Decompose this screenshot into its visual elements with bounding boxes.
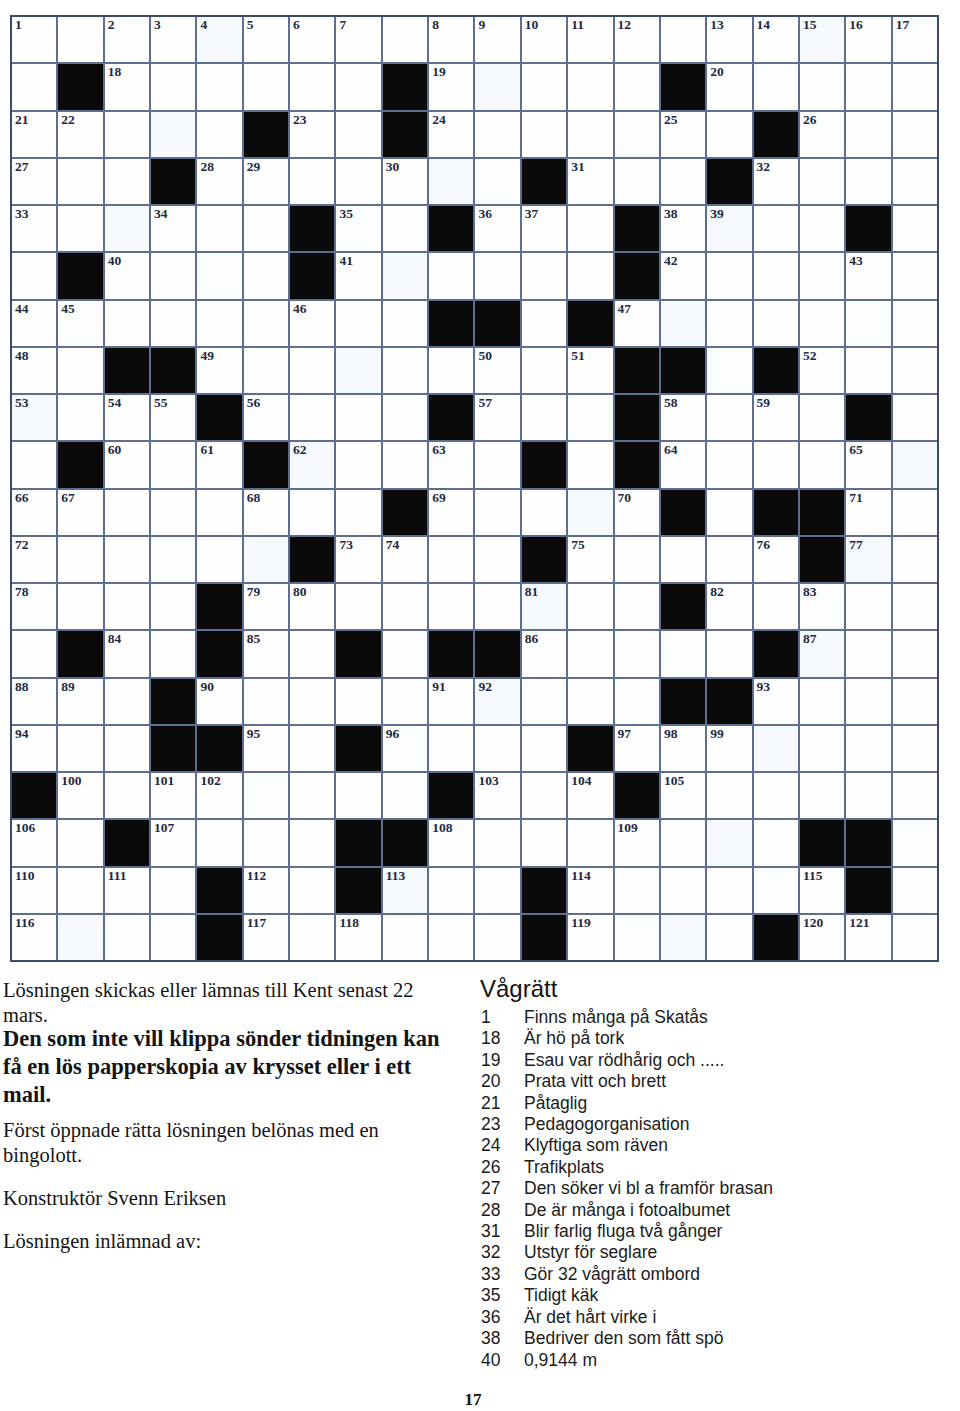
cell-r13c6[interactable]: 79 — [244, 584, 288, 629]
cell-r9c2[interactable] — [58, 395, 102, 440]
cell-r17c18[interactable] — [800, 773, 844, 818]
cell-r18c6[interactable] — [244, 820, 288, 865]
cell-r4c6[interactable]: 29 — [244, 159, 288, 204]
cell-r16c7[interactable] — [290, 726, 334, 771]
cell-r5c11[interactable]: 36 — [475, 206, 519, 251]
cell-r13c1[interactable]: 78 — [12, 584, 56, 629]
cell-r7c19[interactable] — [846, 301, 890, 346]
cell-r11c20[interactable] — [893, 490, 937, 535]
cell-r9c7[interactable] — [290, 395, 334, 440]
cell-r12c15[interactable] — [661, 537, 705, 582]
cell-r20c6[interactable]: 117 — [244, 915, 288, 960]
cell-r5c15[interactable]: 38 — [661, 206, 705, 251]
cell-r10c3[interactable]: 60 — [105, 442, 149, 487]
cell-r16c10[interactable] — [429, 726, 473, 771]
cell-r20c7[interactable] — [290, 915, 334, 960]
cell-r4c11[interactable] — [475, 159, 519, 204]
cell-r13c12[interactable]: 81 — [522, 584, 566, 629]
cell-r20c10[interactable] — [429, 915, 473, 960]
cell-r7c16[interactable] — [707, 301, 751, 346]
cell-r10c8[interactable] — [336, 442, 380, 487]
cell-r8c8[interactable] — [336, 348, 380, 393]
cell-r8c18[interactable]: 52 — [800, 348, 844, 393]
cell-r3c2[interactable]: 22 — [58, 112, 102, 157]
cell-r8c11[interactable]: 50 — [475, 348, 519, 393]
cell-r14c18[interactable]: 87 — [800, 631, 844, 676]
cell-r5c12[interactable]: 37 — [522, 206, 566, 251]
cell-r7c14[interactable]: 47 — [615, 301, 659, 346]
cell-r5c20[interactable] — [893, 206, 937, 251]
cell-r9c17[interactable]: 59 — [754, 395, 798, 440]
cell-r16c6[interactable]: 95 — [244, 726, 288, 771]
cell-r1c18[interactable]: 15 — [800, 17, 844, 62]
cell-r13c4[interactable] — [151, 584, 195, 629]
cell-r6c17[interactable] — [754, 253, 798, 298]
cell-r10c17[interactable] — [754, 442, 798, 487]
cell-r15c5[interactable]: 90 — [197, 679, 241, 724]
cell-r16c17[interactable] — [754, 726, 798, 771]
cell-r6c6[interactable] — [244, 253, 288, 298]
cell-r14c16[interactable] — [707, 631, 751, 676]
cell-r11c11[interactable] — [475, 490, 519, 535]
cell-r19c17[interactable] — [754, 868, 798, 913]
cell-r18c20[interactable] — [893, 820, 937, 865]
cell-r20c2[interactable] — [58, 915, 102, 960]
cell-r20c1[interactable]: 116 — [12, 915, 56, 960]
cell-r6c12[interactable] — [522, 253, 566, 298]
cell-r9c9[interactable] — [383, 395, 427, 440]
cell-r4c3[interactable] — [105, 159, 149, 204]
cell-r14c15[interactable] — [661, 631, 705, 676]
cell-r12c10[interactable] — [429, 537, 473, 582]
cell-r10c18[interactable] — [800, 442, 844, 487]
cell-r20c14[interactable] — [615, 915, 659, 960]
cell-r18c15[interactable] — [661, 820, 705, 865]
cell-r14c3[interactable]: 84 — [105, 631, 149, 676]
cell-r10c9[interactable] — [383, 442, 427, 487]
cell-r1c19[interactable]: 16 — [846, 17, 890, 62]
cell-r11c10[interactable]: 69 — [429, 490, 473, 535]
cell-r16c11[interactable] — [475, 726, 519, 771]
cell-r2c1[interactable] — [12, 64, 56, 109]
cell-r3c1[interactable]: 21 — [12, 112, 56, 157]
cell-r4c18[interactable] — [800, 159, 844, 204]
cell-r3c11[interactable] — [475, 112, 519, 157]
cell-r3c15[interactable]: 25 — [661, 112, 705, 157]
cell-r4c8[interactable] — [336, 159, 380, 204]
cell-r17c12[interactable] — [522, 773, 566, 818]
cell-r5c8[interactable]: 35 — [336, 206, 380, 251]
cell-r13c9[interactable] — [383, 584, 427, 629]
cell-r13c16[interactable]: 82 — [707, 584, 751, 629]
cell-r9c4[interactable]: 55 — [151, 395, 195, 440]
cell-r3c18[interactable]: 26 — [800, 112, 844, 157]
cell-r2c7[interactable] — [290, 64, 334, 109]
cell-r11c3[interactable] — [105, 490, 149, 535]
cell-r6c13[interactable] — [568, 253, 612, 298]
cell-r18c5[interactable] — [197, 820, 241, 865]
cell-r1c14[interactable]: 12 — [615, 17, 659, 62]
cell-r11c7[interactable] — [290, 490, 334, 535]
cell-r1c13[interactable]: 11 — [568, 17, 612, 62]
cell-r20c9[interactable] — [383, 915, 427, 960]
cell-r7c3[interactable] — [105, 301, 149, 346]
cell-r9c15[interactable]: 58 — [661, 395, 705, 440]
cell-r7c17[interactable] — [754, 301, 798, 346]
cell-r15c1[interactable]: 88 — [12, 679, 56, 724]
cell-r20c20[interactable] — [893, 915, 937, 960]
cell-r1c11[interactable]: 9 — [475, 17, 519, 62]
cell-r10c20[interactable] — [893, 442, 937, 487]
cell-r12c11[interactable] — [475, 537, 519, 582]
cell-r8c1[interactable]: 48 — [12, 348, 56, 393]
cell-r15c2[interactable]: 89 — [58, 679, 102, 724]
cell-r18c10[interactable]: 108 — [429, 820, 473, 865]
cell-r17c5[interactable]: 102 — [197, 773, 241, 818]
cell-r13c2[interactable] — [58, 584, 102, 629]
cell-r7c12[interactable] — [522, 301, 566, 346]
cell-r12c2[interactable] — [58, 537, 102, 582]
cell-r13c20[interactable] — [893, 584, 937, 629]
cell-r2c16[interactable]: 20 — [707, 64, 751, 109]
cell-r14c14[interactable] — [615, 631, 659, 676]
cell-r15c7[interactable] — [290, 679, 334, 724]
cell-r15c12[interactable] — [522, 679, 566, 724]
cell-r9c13[interactable] — [568, 395, 612, 440]
cell-r4c15[interactable] — [661, 159, 705, 204]
cell-r6c16[interactable] — [707, 253, 751, 298]
cell-r10c5[interactable]: 61 — [197, 442, 241, 487]
cell-r2c11[interactable] — [475, 64, 519, 109]
cell-r16c14[interactable]: 97 — [615, 726, 659, 771]
cell-r4c20[interactable] — [893, 159, 937, 204]
cell-r17c9[interactable] — [383, 773, 427, 818]
cell-r19c18[interactable]: 115 — [800, 868, 844, 913]
cell-r16c15[interactable]: 98 — [661, 726, 705, 771]
cell-r3c16[interactable] — [707, 112, 751, 157]
cell-r1c4[interactable]: 3 — [151, 17, 195, 62]
cell-r11c5[interactable] — [197, 490, 241, 535]
cell-r15c14[interactable] — [615, 679, 659, 724]
cell-r8c19[interactable] — [846, 348, 890, 393]
cell-r16c9[interactable]: 96 — [383, 726, 427, 771]
cell-r19c14[interactable] — [615, 868, 659, 913]
cell-r18c1[interactable]: 106 — [12, 820, 56, 865]
cell-r4c17[interactable]: 32 — [754, 159, 798, 204]
cell-r12c20[interactable] — [893, 537, 937, 582]
cell-r1c16[interactable]: 13 — [707, 17, 751, 62]
cell-r3c5[interactable] — [197, 112, 241, 157]
cell-r3c8[interactable] — [336, 112, 380, 157]
cell-r17c4[interactable]: 101 — [151, 773, 195, 818]
cell-r12c9[interactable]: 74 — [383, 537, 427, 582]
cell-r3c14[interactable] — [615, 112, 659, 157]
cell-r12c19[interactable]: 77 — [846, 537, 890, 582]
cell-r3c19[interactable] — [846, 112, 890, 157]
cell-r1c10[interactable]: 8 — [429, 17, 473, 62]
cell-r11c19[interactable]: 71 — [846, 490, 890, 535]
cell-r18c13[interactable] — [568, 820, 612, 865]
cell-r5c13[interactable] — [568, 206, 612, 251]
cell-r1c15[interactable] — [661, 17, 705, 62]
cell-r4c7[interactable] — [290, 159, 334, 204]
cell-r16c12[interactable] — [522, 726, 566, 771]
cell-r18c12[interactable] — [522, 820, 566, 865]
cell-r3c13[interactable] — [568, 112, 612, 157]
cell-r2c18[interactable] — [800, 64, 844, 109]
cell-r11c8[interactable] — [336, 490, 380, 535]
cell-r20c8[interactable]: 118 — [336, 915, 380, 960]
cell-r3c7[interactable]: 23 — [290, 112, 334, 157]
cell-r6c19[interactable]: 43 — [846, 253, 890, 298]
cell-r4c9[interactable]: 30 — [383, 159, 427, 204]
cell-r9c12[interactable] — [522, 395, 566, 440]
cell-r5c9[interactable] — [383, 206, 427, 251]
cell-r18c16[interactable] — [707, 820, 751, 865]
cell-r1c3[interactable]: 2 — [105, 17, 149, 62]
cell-r19c10[interactable] — [429, 868, 473, 913]
cell-r5c1[interactable]: 33 — [12, 206, 56, 251]
cell-r3c4[interactable] — [151, 112, 195, 157]
cell-r20c13[interactable]: 119 — [568, 915, 612, 960]
cell-r6c8[interactable]: 41 — [336, 253, 380, 298]
cell-r14c9[interactable] — [383, 631, 427, 676]
cell-r15c3[interactable] — [105, 679, 149, 724]
cell-r16c18[interactable] — [800, 726, 844, 771]
cell-r9c6[interactable]: 56 — [244, 395, 288, 440]
cell-r20c3[interactable] — [105, 915, 149, 960]
cell-r10c13[interactable] — [568, 442, 612, 487]
cell-r19c4[interactable] — [151, 868, 195, 913]
cell-r11c1[interactable]: 66 — [12, 490, 56, 535]
cell-r12c8[interactable]: 73 — [336, 537, 380, 582]
cell-r10c11[interactable] — [475, 442, 519, 487]
cell-r8c9[interactable] — [383, 348, 427, 393]
cell-r6c4[interactable] — [151, 253, 195, 298]
cell-r4c13[interactable]: 31 — [568, 159, 612, 204]
cell-r5c16[interactable]: 39 — [707, 206, 751, 251]
cell-r15c17[interactable]: 93 — [754, 679, 798, 724]
cell-r2c4[interactable] — [151, 64, 195, 109]
cell-r13c7[interactable]: 80 — [290, 584, 334, 629]
cell-r2c12[interactable] — [522, 64, 566, 109]
cell-r12c4[interactable] — [151, 537, 195, 582]
cell-r13c11[interactable] — [475, 584, 519, 629]
cell-r2c3[interactable]: 18 — [105, 64, 149, 109]
cell-r11c16[interactable] — [707, 490, 751, 535]
cell-r12c5[interactable] — [197, 537, 241, 582]
cell-r20c19[interactable]: 121 — [846, 915, 890, 960]
cell-r3c3[interactable] — [105, 112, 149, 157]
cell-r2c5[interactable] — [197, 64, 241, 109]
cell-r4c1[interactable]: 27 — [12, 159, 56, 204]
cell-r1c12[interactable]: 10 — [522, 17, 566, 62]
cell-r7c1[interactable]: 44 — [12, 301, 56, 346]
cell-r11c14[interactable]: 70 — [615, 490, 659, 535]
cell-r8c5[interactable]: 49 — [197, 348, 241, 393]
cell-r16c2[interactable] — [58, 726, 102, 771]
cell-r15c19[interactable] — [846, 679, 890, 724]
cell-r7c2[interactable]: 45 — [58, 301, 102, 346]
cell-r17c11[interactable]: 103 — [475, 773, 519, 818]
cell-r19c2[interactable] — [58, 868, 102, 913]
cell-r8c6[interactable] — [244, 348, 288, 393]
cell-r14c13[interactable] — [568, 631, 612, 676]
cell-r10c16[interactable] — [707, 442, 751, 487]
cell-r4c10[interactable] — [429, 159, 473, 204]
cell-r10c15[interactable]: 64 — [661, 442, 705, 487]
cell-r8c7[interactable] — [290, 348, 334, 393]
cell-r9c1[interactable]: 53 — [12, 395, 56, 440]
cell-r18c14[interactable]: 109 — [615, 820, 659, 865]
cell-r17c7[interactable] — [290, 773, 334, 818]
cell-r11c12[interactable] — [522, 490, 566, 535]
cell-r7c4[interactable] — [151, 301, 195, 346]
cell-r10c7[interactable]: 62 — [290, 442, 334, 487]
cell-r13c19[interactable] — [846, 584, 890, 629]
cell-r2c20[interactable] — [893, 64, 937, 109]
cell-r11c13[interactable] — [568, 490, 612, 535]
cell-r3c20[interactable] — [893, 112, 937, 157]
cell-r2c13[interactable] — [568, 64, 612, 109]
cell-r15c6[interactable] — [244, 679, 288, 724]
cell-r8c12[interactable] — [522, 348, 566, 393]
cell-r12c1[interactable]: 72 — [12, 537, 56, 582]
cell-r1c1[interactable]: 1 — [12, 17, 56, 62]
cell-r17c6[interactable] — [244, 773, 288, 818]
cell-r16c20[interactable] — [893, 726, 937, 771]
cell-r18c11[interactable] — [475, 820, 519, 865]
cell-r16c3[interactable] — [105, 726, 149, 771]
cell-r1c5[interactable]: 4 — [197, 17, 241, 62]
cell-r9c16[interactable] — [707, 395, 751, 440]
cell-r13c10[interactable] — [429, 584, 473, 629]
cell-r2c8[interactable] — [336, 64, 380, 109]
cell-r5c2[interactable] — [58, 206, 102, 251]
cell-r17c17[interactable] — [754, 773, 798, 818]
cell-r5c5[interactable] — [197, 206, 241, 251]
cell-r1c20[interactable]: 17 — [893, 17, 937, 62]
cell-r16c19[interactable] — [846, 726, 890, 771]
cell-r17c16[interactable] — [707, 773, 751, 818]
cell-r15c20[interactable] — [893, 679, 937, 724]
cell-r10c4[interactable] — [151, 442, 195, 487]
cell-r4c5[interactable]: 28 — [197, 159, 241, 204]
cell-r13c8[interactable] — [336, 584, 380, 629]
cell-r5c17[interactable] — [754, 206, 798, 251]
cell-r14c7[interactable] — [290, 631, 334, 676]
cell-r7c20[interactable] — [893, 301, 937, 346]
cell-r8c16[interactable] — [707, 348, 751, 393]
cell-r18c4[interactable]: 107 — [151, 820, 195, 865]
cell-r9c11[interactable]: 57 — [475, 395, 519, 440]
cell-r13c18[interactable]: 83 — [800, 584, 844, 629]
cell-r15c18[interactable] — [800, 679, 844, 724]
cell-r3c12[interactable] — [522, 112, 566, 157]
cell-r6c10[interactable] — [429, 253, 473, 298]
cell-r17c2[interactable]: 100 — [58, 773, 102, 818]
cell-r12c17[interactable]: 76 — [754, 537, 798, 582]
cell-r19c20[interactable] — [893, 868, 937, 913]
cell-r16c1[interactable]: 94 — [12, 726, 56, 771]
cell-r10c19[interactable]: 65 — [846, 442, 890, 487]
cell-r6c9[interactable] — [383, 253, 427, 298]
cell-r4c19[interactable] — [846, 159, 890, 204]
cell-r17c3[interactable] — [105, 773, 149, 818]
cell-r12c14[interactable] — [615, 537, 659, 582]
cell-r3c10[interactable]: 24 — [429, 112, 473, 157]
cell-r17c8[interactable] — [336, 773, 380, 818]
cell-r19c7[interactable] — [290, 868, 334, 913]
cell-r8c20[interactable] — [893, 348, 937, 393]
cell-r7c15[interactable] — [661, 301, 705, 346]
cell-r2c19[interactable] — [846, 64, 890, 109]
cell-r15c13[interactable] — [568, 679, 612, 724]
cell-r7c6[interactable] — [244, 301, 288, 346]
cell-r6c5[interactable] — [197, 253, 241, 298]
cell-r6c18[interactable] — [800, 253, 844, 298]
cell-r13c17[interactable] — [754, 584, 798, 629]
cell-r2c6[interactable] — [244, 64, 288, 109]
cell-r19c6[interactable]: 112 — [244, 868, 288, 913]
cell-r17c20[interactable] — [893, 773, 937, 818]
cell-r4c2[interactable] — [58, 159, 102, 204]
cell-r11c2[interactable]: 67 — [58, 490, 102, 535]
cell-r20c15[interactable] — [661, 915, 705, 960]
cell-r10c10[interactable]: 63 — [429, 442, 473, 487]
cell-r13c13[interactable] — [568, 584, 612, 629]
cell-r17c15[interactable]: 105 — [661, 773, 705, 818]
cell-r1c6[interactable]: 5 — [244, 17, 288, 62]
cell-r9c20[interactable] — [893, 395, 937, 440]
cell-r7c7[interactable]: 46 — [290, 301, 334, 346]
cell-r12c16[interactable] — [707, 537, 751, 582]
cell-r1c7[interactable]: 6 — [290, 17, 334, 62]
cell-r6c3[interactable]: 40 — [105, 253, 149, 298]
cell-r14c19[interactable] — [846, 631, 890, 676]
cell-r9c8[interactable] — [336, 395, 380, 440]
cell-r13c14[interactable] — [615, 584, 659, 629]
cell-r17c13[interactable]: 104 — [568, 773, 612, 818]
cell-r15c8[interactable] — [336, 679, 380, 724]
cell-r20c11[interactable] — [475, 915, 519, 960]
cell-r14c1[interactable] — [12, 631, 56, 676]
cell-r17c19[interactable] — [846, 773, 890, 818]
cell-r2c14[interactable] — [615, 64, 659, 109]
cell-r9c18[interactable] — [800, 395, 844, 440]
cell-r18c7[interactable] — [290, 820, 334, 865]
cell-r12c13[interactable]: 75 — [568, 537, 612, 582]
cell-r20c16[interactable] — [707, 915, 751, 960]
cell-r13c3[interactable] — [105, 584, 149, 629]
cell-r8c13[interactable]: 51 — [568, 348, 612, 393]
cell-r6c11[interactable] — [475, 253, 519, 298]
cell-r19c3[interactable]: 111 — [105, 868, 149, 913]
cell-r12c3[interactable] — [105, 537, 149, 582]
cell-r10c1[interactable] — [12, 442, 56, 487]
cell-r11c6[interactable]: 68 — [244, 490, 288, 535]
cell-r1c8[interactable]: 7 — [336, 17, 380, 62]
cell-r15c11[interactable]: 92 — [475, 679, 519, 724]
cell-r7c5[interactable] — [197, 301, 241, 346]
cell-r20c4[interactable] — [151, 915, 195, 960]
cell-r2c10[interactable]: 19 — [429, 64, 473, 109]
cell-r12c6[interactable] — [244, 537, 288, 582]
cell-r19c15[interactable] — [661, 868, 705, 913]
cell-r6c20[interactable] — [893, 253, 937, 298]
cell-r1c2[interactable] — [58, 17, 102, 62]
cell-r5c3[interactable] — [105, 206, 149, 251]
